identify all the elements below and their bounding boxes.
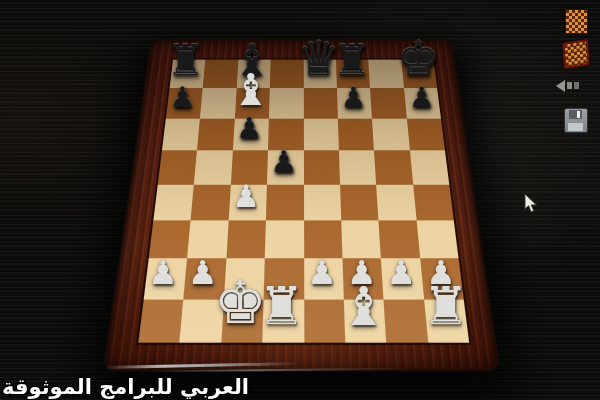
square-g5[interactable] — [374, 150, 413, 184]
square-g4[interactable] — [376, 184, 416, 220]
square-e5[interactable] — [303, 150, 339, 184]
square-b4[interactable] — [191, 184, 231, 220]
piece-white-pawn-c4[interactable]: ♟ — [232, 181, 260, 212]
square-f5[interactable] — [339, 150, 377, 184]
square-a4[interactable] — [153, 184, 194, 220]
piece-white-pawn-e2[interactable]: ♟ — [307, 257, 336, 290]
square-h5[interactable] — [410, 150, 450, 184]
square-a6[interactable] — [162, 118, 200, 150]
piece-white-bishop-c7[interactable]: ♝ — [231, 67, 271, 111]
piece-black-king-h8[interactable]: ♚ — [397, 34, 440, 82]
square-c3[interactable] — [226, 220, 266, 258]
chess-app-window: { "game": "chess", "app": { "watermark":… — [0, 0, 600, 400]
square-h4[interactable] — [413, 184, 454, 220]
undo-move-button[interactable] — [556, 79, 586, 93]
piece-white-pawn-a2[interactable]: ♟ — [148, 257, 177, 290]
square-d7[interactable] — [269, 88, 303, 118]
piece-black-pawn-f7[interactable]: ♟ — [341, 83, 366, 111]
square-e3[interactable] — [304, 220, 343, 258]
undo-step-icon — [567, 82, 572, 89]
piece-white-rook-h1[interactable]: ♜ — [422, 281, 469, 333]
floppy-shutter-icon — [569, 110, 582, 119]
square-f4[interactable] — [340, 184, 379, 220]
piece-black-rook-f8[interactable]: ♜ — [333, 40, 371, 82]
floppy-label-icon — [568, 123, 583, 131]
piece-black-pawn-c6[interactable]: ♟ — [236, 114, 262, 143]
square-b6[interactable] — [197, 118, 234, 150]
square-f6[interactable] — [338, 118, 374, 150]
square-g3[interactable] — [379, 220, 420, 258]
piece-white-pawn-g2[interactable]: ♟ — [387, 257, 416, 290]
floppy-slot-icon — [577, 111, 580, 118]
piece-white-pawn-b2[interactable]: ♟ — [188, 257, 217, 290]
view-3d-button[interactable] — [563, 41, 589, 67]
square-a1[interactable] — [138, 299, 183, 342]
square-d4[interactable] — [266, 184, 304, 220]
undo-arrow-icon — [556, 80, 565, 92]
view-2d-button[interactable] — [565, 9, 588, 34]
square-b3[interactable] — [187, 220, 228, 258]
square-e6[interactable] — [303, 118, 338, 150]
square-d3[interactable] — [265, 220, 304, 258]
piece-black-pawn-a7[interactable]: ♟ — [170, 83, 195, 111]
square-g1[interactable] — [384, 299, 428, 342]
save-game-button[interactable] — [564, 108, 588, 133]
piece-white-rook-d1[interactable]: ♜ — [258, 281, 305, 333]
piece-black-rook-a8[interactable]: ♜ — [167, 40, 205, 82]
square-b5[interactable] — [194, 150, 232, 184]
undo-step2-icon — [574, 82, 579, 89]
square-f3[interactable] — [341, 220, 381, 258]
piece-black-pawn-d5[interactable]: ♟ — [270, 147, 297, 177]
square-h3[interactable] — [416, 220, 458, 258]
square-a5[interactable] — [158, 150, 198, 184]
square-g7[interactable] — [370, 88, 406, 118]
mouse-cursor-icon — [524, 194, 539, 214]
square-e7[interactable] — [303, 88, 337, 118]
piece-white-bishop-f1[interactable]: ♝ — [340, 280, 388, 333]
site-watermark: العربي للبرامج الموثوقة — [2, 375, 249, 399]
square-a3[interactable] — [149, 220, 191, 258]
board-3d-icon — [562, 39, 590, 69]
square-e4[interactable] — [304, 184, 342, 220]
board-2d-icon — [565, 9, 588, 34]
square-g6[interactable] — [372, 118, 409, 150]
square-h6[interactable] — [407, 118, 445, 150]
piece-black-pawn-h7[interactable]: ♟ — [409, 83, 434, 111]
